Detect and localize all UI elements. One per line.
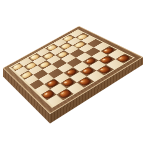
photo-scene: [0, 0, 150, 150]
